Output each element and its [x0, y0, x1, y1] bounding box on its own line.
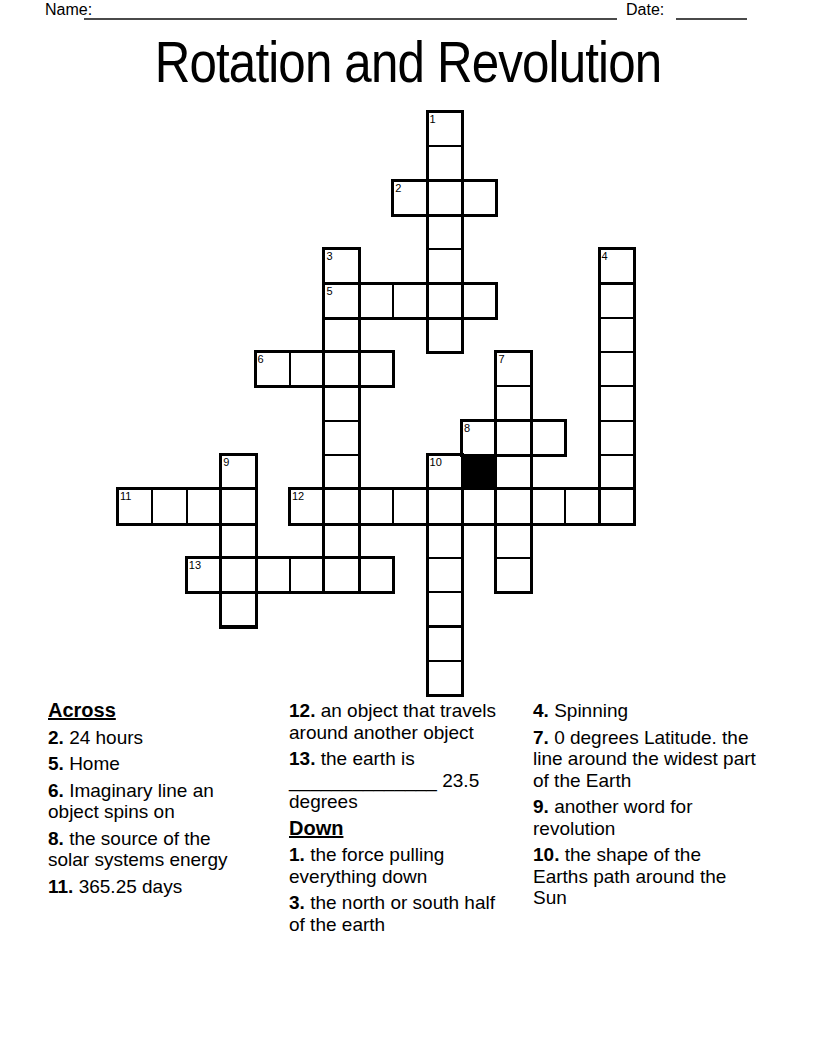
cell-r4c9[interactable] — [427, 248, 463, 284]
cell-r11c6[interactable] — [323, 488, 359, 524]
cell-r13c9[interactable] — [427, 557, 463, 593]
clue-down-10: 10. the shape of the Earths path around … — [533, 844, 761, 909]
clue-across-5: 5. Home — [48, 753, 253, 775]
clues-header-down: Down — [289, 818, 503, 840]
clue-down-3: 3. the north or south half of the earth — [289, 892, 503, 935]
cell-r2c10[interactable] — [461, 180, 497, 216]
cell-r11c10[interactable] — [461, 488, 497, 524]
cell-r12c3[interactable] — [220, 523, 256, 559]
cell-r14c9[interactable] — [427, 591, 463, 627]
clue-down-9: 9. another word for revolution — [533, 796, 761, 839]
clues-column-3: 4. Spinning7. 0 degrees Latitude. the li… — [533, 700, 761, 914]
cell-r6c9[interactable] — [427, 317, 463, 353]
cell-r12c11[interactable] — [495, 523, 531, 559]
clue-number-label: 6. — [48, 780, 64, 801]
clue-number-label: 12. — [289, 700, 315, 721]
cell-r11c8[interactable] — [392, 488, 428, 524]
cell-r6c6[interactable] — [323, 317, 359, 353]
cell-r15c9[interactable] — [427, 626, 463, 662]
date-blank-line[interactable] — [676, 2, 747, 20]
grid-number-5: 5 — [326, 286, 332, 297]
cell-r9c14[interactable] — [599, 420, 635, 456]
cell-r5c14[interactable] — [599, 283, 635, 319]
grid-number-1: 1 — [430, 114, 436, 125]
cell-r13c4[interactable] — [255, 557, 291, 593]
cell-r9c12[interactable] — [530, 420, 566, 456]
cell-r5c10[interactable] — [461, 283, 497, 319]
cell-r11c2[interactable] — [186, 488, 222, 524]
grid-number-7: 7 — [498, 354, 504, 365]
grid-number-10: 10 — [430, 457, 442, 468]
clue-across-6: 6. Imaginary line an object spins on — [48, 780, 253, 823]
cell-r11c13[interactable] — [564, 488, 600, 524]
cell-r9c11[interactable] — [495, 420, 531, 456]
clue-number-label: 7. — [533, 727, 549, 748]
cell-r8c11[interactable] — [495, 385, 531, 421]
clues-column-1: Across2. 24 hours5. Home6. Imaginary lin… — [48, 700, 253, 902]
clue-down-4: 4. Spinning — [533, 700, 761, 722]
cell-r14c3[interactable] — [220, 591, 256, 627]
cell-r11c11[interactable] — [495, 488, 531, 524]
grid-number-3: 3 — [326, 251, 332, 262]
cell-r11c3[interactable] — [220, 488, 256, 524]
grid-number-12: 12 — [292, 491, 304, 502]
cell-r11c14[interactable] — [599, 488, 635, 524]
clue-number-label: 4. — [533, 700, 549, 721]
worksheet-page: Name: Date: Rotation and Revolution 1234… — [0, 0, 816, 1056]
grid-number-6: 6 — [258, 354, 264, 365]
clues-header-across: Across — [48, 700, 253, 722]
cell-r13c11[interactable] — [495, 557, 531, 593]
cell-r12c9[interactable] — [427, 523, 463, 559]
grid-number-8: 8 — [464, 423, 470, 434]
cell-r9c6[interactable] — [323, 420, 359, 456]
clue-number-label: 5. — [48, 753, 64, 774]
cell-r8c14[interactable] — [599, 385, 635, 421]
clue-number-label: 8. — [48, 828, 64, 849]
clue-number-label: 2. — [48, 727, 64, 748]
grid-number-13: 13 — [189, 560, 201, 571]
date-label: Date: — [626, 1, 664, 19]
clue-number-label: 10. — [533, 844, 559, 865]
clue-across-13: 13. the earth is ______________ 23.5 deg… — [289, 748, 503, 813]
cell-r7c5[interactable] — [289, 351, 325, 387]
cell-r11c9[interactable] — [427, 488, 463, 524]
cell-r10c6[interactable] — [323, 454, 359, 490]
cell-r2c9[interactable] — [427, 180, 463, 216]
cell-r10c11[interactable] — [495, 454, 531, 490]
cell-r11c1[interactable] — [151, 488, 187, 524]
cell-r6c14[interactable] — [599, 317, 635, 353]
cell-r13c5[interactable] — [289, 557, 325, 593]
cell-r13c6[interactable] — [323, 557, 359, 593]
cell-r10c14[interactable] — [599, 454, 635, 490]
cell-r1c9[interactable] — [427, 145, 463, 181]
clue-number-label: 13. — [289, 748, 315, 769]
cell-r8c6[interactable] — [323, 385, 359, 421]
clue-number-label: 11. — [48, 876, 73, 897]
grid-number-9: 9 — [223, 457, 229, 468]
cell-r7c14[interactable] — [599, 351, 635, 387]
grid-number-11: 11 — [120, 491, 131, 502]
cell-r16c9[interactable] — [427, 660, 463, 696]
clues-column-2: 12. an object that travels around anothe… — [289, 700, 503, 940]
grid-number-2: 2 — [395, 183, 401, 194]
clue-across-11: 11. 365.25 days — [48, 876, 253, 898]
clue-across-8: 8. the source of the solar systems energ… — [48, 828, 253, 871]
cell-r5c9[interactable] — [427, 283, 463, 319]
puzzle-title: Rotation and Revolution — [61, 28, 755, 95]
clue-down-7: 7. 0 degrees Latitude. the line around t… — [533, 727, 761, 792]
clue-across-2: 2. 24 hours — [48, 727, 253, 749]
cell-r5c7[interactable] — [358, 283, 394, 319]
clue-down-1: 1. the force pulling everything down — [289, 844, 503, 887]
black-cell — [461, 454, 497, 490]
clue-number-label: 9. — [533, 796, 549, 817]
cell-r3c9[interactable] — [427, 214, 463, 250]
clue-number-label: 1. — [289, 844, 305, 865]
cell-r11c7[interactable] — [358, 488, 394, 524]
cell-r5c8[interactable] — [392, 283, 428, 319]
clue-number-label: 3. — [289, 892, 305, 913]
grid-number-4: 4 — [602, 251, 608, 262]
cell-r7c7[interactable] — [358, 351, 394, 387]
name-blank-line[interactable] — [84, 2, 617, 20]
cell-r13c3[interactable] — [220, 557, 256, 593]
cell-r13c7[interactable] — [358, 557, 394, 593]
cell-r12c6[interactable] — [323, 523, 359, 559]
cell-r11c12[interactable] — [530, 488, 566, 524]
cell-r7c6[interactable] — [323, 351, 359, 387]
clue-across-12: 12. an object that travels around anothe… — [289, 700, 503, 743]
